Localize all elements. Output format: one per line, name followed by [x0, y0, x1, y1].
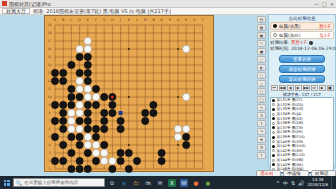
- coord-left-label: 5: [49, 135, 51, 139]
- black-player-name: 电脑(执黑): [279, 24, 319, 29]
- white-player-result: 负1子: [319, 33, 331, 38]
- time-line: 对局时间: 2018-12-06 06:29:04: [270, 46, 334, 52]
- star-point: [128, 144, 130, 146]
- white-stone[interactable]: [183, 125, 190, 132]
- white-stone[interactable]: [76, 101, 83, 108]
- white-move-icon: [272, 131, 275, 134]
- black-stone[interactable]: [109, 109, 116, 116]
- black-stone[interactable]: [84, 165, 91, 172]
- black-stone[interactable]: [60, 125, 67, 132]
- coord-top-label: M: [144, 18, 147, 22]
- white-stone[interactable]: [101, 149, 108, 156]
- black-move-icon: [272, 108, 275, 111]
- black-stone[interactable]: [101, 109, 108, 116]
- black-stone[interactable]: [158, 157, 165, 164]
- white-stone[interactable]: [92, 141, 99, 148]
- white-player-name: 电脑(执白): [279, 33, 319, 38]
- move-list[interactable]: 第131手 黑(F2) 第132手 白(G5) 第133手 黑(H3) 第134…: [270, 97, 334, 174]
- coord-left-label: 14: [48, 63, 52, 67]
- nav-button-4[interactable]: ▶▶: [303, 85, 310, 91]
- white-stone[interactable]: [183, 45, 190, 52]
- nav-button-1[interactable]: ◀◀: [279, 85, 286, 91]
- coord-left-label: 1: [49, 167, 51, 171]
- maximize-button[interactable]: □: [322, 1, 327, 7]
- coord-left-label: 7: [49, 119, 51, 123]
- coord-left-label: 15: [48, 55, 52, 59]
- search-placeholder: 在这里输入你要搜索的内容: [24, 180, 78, 185]
- coord-left-label: 6: [49, 127, 51, 131]
- black-stone[interactable]: [68, 101, 75, 108]
- black-stone[interactable]: [117, 149, 124, 156]
- black-stone[interactable]: [84, 101, 91, 108]
- coord-left-label: 17: [48, 39, 52, 43]
- move-navigation: ⏮◀◀◀▶▶▶⏭▶■: [270, 85, 334, 91]
- info-icon[interactable]: i: [309, 41, 313, 45]
- coord-top-label: Q: [177, 18, 180, 22]
- coord-left-label: 10: [48, 95, 52, 99]
- game-record-title: 棋谱: 2018围棋友谊赛(第7轮) 黑:电脑 VS 白:电脑 [共217手]: [33, 8, 171, 14]
- black-stone[interactable]: [84, 117, 91, 124]
- black-stone[interactable]: [101, 141, 108, 148]
- triangle-mark-icon[interactable]: △: [257, 80, 266, 87]
- firefox-icon[interactable]: ●: [192, 179, 200, 187]
- edit-icon[interactable]: ✎: [257, 40, 266, 47]
- black-stone[interactable]: [117, 157, 124, 164]
- white-stone[interactable]: [76, 125, 83, 132]
- coord-top-label: T: [201, 18, 205, 22]
- nav-button-7[interactable]: ■: [327, 85, 334, 91]
- coord-left-label: 12: [48, 79, 52, 83]
- nav-button-3[interactable]: ▶: [295, 85, 302, 91]
- black-stone[interactable]: [60, 117, 67, 124]
- white-stone[interactable]: [76, 85, 83, 92]
- white-stone[interactable]: [92, 149, 99, 156]
- taskbar-clock[interactable]: 13:38 2018/12/6: [307, 178, 328, 187]
- title-bar: 围棋对弈(记谱)Pro — □ ×: [0, 0, 336, 8]
- black-stone[interactable]: [183, 141, 190, 148]
- coord-left-label: 13: [48, 71, 52, 75]
- letter-mark-icon[interactable]: A: [257, 112, 266, 119]
- coord-top-label: S: [193, 18, 195, 22]
- black-stone[interactable]: [150, 109, 157, 116]
- black-stone[interactable]: [60, 69, 67, 76]
- white-stone[interactable]: [101, 157, 108, 164]
- black-stone[interactable]: [125, 165, 132, 172]
- minimize-button[interactable]: —: [314, 1, 319, 7]
- white-stone[interactable]: [84, 45, 91, 52]
- settings-icon[interactable]: ⚙: [257, 144, 266, 151]
- coord-top-label: N: [152, 18, 155, 22]
- show-desktop-button[interactable]: [331, 176, 333, 189]
- coord-left-label: 2: [49, 159, 51, 163]
- black-stone[interactable]: [84, 109, 91, 116]
- white-stone[interactable]: [84, 85, 91, 92]
- white-stone[interactable]: [68, 109, 75, 116]
- white-stone[interactable]: [183, 93, 190, 100]
- pass-icon[interactable]: ↷: [257, 128, 266, 135]
- close-button[interactable]: ×: [330, 1, 334, 7]
- star-point: [177, 96, 179, 98]
- white-move-icon: [272, 149, 275, 152]
- room-tab[interactable]: 对局大厅: [2, 8, 30, 14]
- coord-top-label: O: [160, 18, 163, 22]
- black-stone[interactable]: [68, 85, 75, 92]
- file-explorer-icon[interactable]: 🗀: [132, 179, 140, 187]
- save-record-button[interactable]: 保存对局棋谱: [279, 65, 325, 73]
- white-stone[interactable]: [84, 37, 91, 44]
- coord-top-label: E: [87, 18, 89, 22]
- nav-button-0[interactable]: ⏮: [271, 85, 278, 91]
- black-stone[interactable]: [183, 133, 190, 140]
- print-icon[interactable]: ▣: [257, 32, 266, 39]
- black-stone[interactable]: [92, 125, 99, 132]
- black-stone[interactable]: [51, 77, 58, 84]
- star-point: [128, 96, 130, 98]
- black-stone[interactable]: [84, 149, 91, 156]
- windows-logo-icon: [4, 180, 10, 186]
- black-stone[interactable]: [142, 117, 149, 124]
- white-move-icon: [272, 113, 275, 116]
- white-stone[interactable]: [174, 125, 181, 132]
- coord-top-label: L: [136, 18, 138, 22]
- tool-strip: ▤▦▣✎●○◐◻△□◯✕A1↷≡⚙?: [257, 16, 267, 172]
- black-stone[interactable]: [60, 141, 67, 148]
- black-stone[interactable]: [60, 77, 67, 84]
- task-view-icon[interactable]: ⧉: [108, 179, 116, 187]
- black-stone[interactable]: [76, 133, 83, 140]
- coord-top-label: A: [54, 18, 57, 22]
- black-stone[interactable]: [92, 101, 99, 108]
- white-move-icon: [272, 140, 275, 143]
- taskbar-search[interactable]: 🔍 在这里输入你要搜索的内容: [13, 178, 105, 187]
- black-stone[interactable]: [101, 125, 108, 132]
- black-stone[interactable]: [76, 93, 83, 100]
- white-stone[interactable]: [68, 117, 75, 124]
- black-stone[interactable]: [84, 125, 91, 132]
- black-stone[interactable]: [76, 141, 83, 148]
- coord-left-label: 8: [49, 111, 51, 115]
- coord-left-label: 16: [48, 47, 52, 51]
- coord-left-label: 19: [48, 23, 52, 27]
- black-stone[interactable]: [68, 165, 75, 172]
- chrome-icon[interactable]: ◉: [204, 179, 212, 187]
- taskbar-icons: ⧉e🗀🛍✉XW●◉: [108, 179, 276, 187]
- black-stone[interactable]: [68, 133, 75, 140]
- white-stone[interactable]: [174, 133, 181, 140]
- black-stone[interactable]: [142, 109, 149, 116]
- black-stone[interactable]: [84, 53, 91, 60]
- black-stone[interactable]: [101, 93, 108, 100]
- black-stone[interactable]: [51, 117, 58, 124]
- action-buttons: 查看棋谱 保存对局棋谱 导出对局棋谱: [270, 55, 334, 83]
- white-move-icon: [272, 103, 275, 106]
- black-stone[interactable]: [109, 165, 116, 172]
- white-stone[interactable]: [92, 93, 99, 100]
- black-stone[interactable]: [68, 149, 75, 156]
- black-stone[interactable]: [125, 149, 132, 156]
- black-stone[interactable]: [92, 133, 99, 140]
- blue-square-marker: [119, 111, 123, 115]
- black-stone[interactable]: [109, 101, 116, 108]
- coord-left-label: 11: [48, 87, 52, 91]
- black-stone[interactable]: [60, 101, 67, 108]
- star-point: [177, 48, 179, 50]
- black-stone[interactable]: [76, 69, 83, 76]
- coord-top-label: R: [185, 18, 188, 22]
- black-stone[interactable]: [84, 77, 91, 84]
- count-icon[interactable]: ≡: [257, 136, 266, 143]
- coord-top-label: B: [62, 18, 65, 22]
- coord-left-label: 4: [49, 143, 51, 147]
- black-stone[interactable]: [84, 69, 91, 76]
- square-mark-icon[interactable]: □: [257, 88, 266, 95]
- black-move-icon: [272, 99, 275, 102]
- coord-left-label: 18: [48, 31, 52, 35]
- white-stone[interactable]: [84, 93, 91, 100]
- erase-tool-icon[interactable]: ◻: [257, 72, 266, 79]
- circle-mark-icon[interactable]: ◯: [257, 96, 266, 103]
- coord-top-label: C: [70, 18, 73, 22]
- black-move-icon: [272, 117, 275, 120]
- black-stone[interactable]: [101, 117, 108, 124]
- go-board-svg[interactable]: ABCDEFGHJKLMNOPQRST191817161514131211109…: [45, 16, 215, 173]
- network-icon[interactable]: ⇅: [291, 180, 295, 186]
- black-stone[interactable]: [76, 157, 83, 164]
- black-stone[interactable]: [117, 117, 124, 124]
- black-stone[interactable]: [92, 85, 99, 92]
- last-move-marker: [111, 96, 114, 99]
- black-stone-icon: [273, 24, 277, 28]
- nav-button-2[interactable]: ◀: [287, 85, 294, 91]
- system-tray: ^ 中 ⇅ 🔊 13:38 2018/12/6: [276, 176, 336, 189]
- black-stone[interactable]: [133, 157, 140, 164]
- open-file-icon[interactable]: ▤: [257, 16, 266, 23]
- white-move-icon: [272, 122, 275, 125]
- sound-icon[interactable]: 🔊: [298, 180, 304, 186]
- black-move-icon: [272, 126, 275, 129]
- help-icon[interactable]: ?: [257, 152, 266, 159]
- coord-top-label: K: [128, 18, 131, 22]
- black-move-icon: [272, 136, 275, 139]
- taskbar: 🔍 在这里输入你要搜索的内容 ⧉e🗀🛍✉XW●◉ ^ 中 ⇅ 🔊 13:38 2…: [0, 176, 336, 189]
- black-stone[interactable]: [51, 157, 58, 164]
- black-stone[interactable]: [92, 157, 99, 164]
- star-point: [177, 144, 179, 146]
- player-row-black[interactable]: 电脑(执黑) 胜1子: [270, 22, 334, 30]
- white-stone[interactable]: [68, 125, 75, 132]
- start-button[interactable]: [0, 176, 13, 189]
- black-stone[interactable]: [51, 133, 58, 140]
- white-stone-icon: [273, 33, 277, 37]
- cross-mark-icon[interactable]: ✕: [257, 104, 266, 111]
- mail-icon[interactable]: ✉: [156, 179, 164, 187]
- window-title: 围棋对弈(记谱)Pro: [9, 0, 314, 8]
- number-mark-icon[interactable]: 1: [257, 120, 266, 127]
- coord-top-label: P: [169, 18, 171, 22]
- coord-top-label: J: [119, 18, 121, 22]
- tray-chevron-icon[interactable]: ^: [276, 180, 280, 186]
- white-stone[interactable]: [84, 133, 91, 140]
- white-stone[interactable]: [76, 45, 83, 52]
- black-stone-tool-icon[interactable]: ●: [257, 48, 266, 55]
- alternate-tool-icon[interactable]: ◐: [257, 64, 266, 71]
- white-stone[interactable]: [76, 109, 83, 116]
- black-stone[interactable]: [76, 117, 83, 124]
- search-icon: 🔍: [16, 180, 22, 186]
- store-icon[interactable]: 🛍: [144, 179, 152, 187]
- black-stone[interactable]: [51, 101, 58, 108]
- white-stone[interactable]: [84, 141, 91, 148]
- export-record-button[interactable]: 导出对局棋谱: [279, 75, 325, 83]
- coord-left-label: 3: [49, 151, 51, 155]
- black-stone[interactable]: [51, 69, 58, 76]
- star-point: [128, 48, 130, 50]
- black-stone[interactable]: [68, 61, 75, 68]
- player-row-white[interactable]: 电脑(执白) 负1子: [270, 31, 334, 39]
- black-player-result: 胜1子: [319, 24, 331, 29]
- info-panel: 当前对局信息 电脑(执黑) 胜1子 电脑(执白) 负1子 对局结果: 黑胜1子 …: [268, 14, 336, 167]
- nav-button-5[interactable]: ⏭: [311, 85, 318, 91]
- black-stone[interactable]: [158, 149, 165, 156]
- black-move-icon: [272, 163, 275, 166]
- white-stone-tool-icon[interactable]: ○: [257, 56, 266, 63]
- black-stone[interactable]: [117, 125, 124, 132]
- result-value: 黑胜1子: [291, 40, 307, 45]
- time-value: 2018-12-06 06:29:04: [291, 46, 336, 51]
- save-icon[interactable]: ▦: [257, 24, 266, 31]
- go-board[interactable]: ABCDEFGHJKLMNOPQRST191817161514131211109…: [44, 15, 214, 172]
- edge-icon[interactable]: e: [120, 179, 128, 187]
- black-move-icon: [272, 145, 275, 148]
- black-stone[interactable]: [76, 165, 83, 172]
- black-stone[interactable]: [84, 61, 91, 68]
- excel-icon[interactable]: X: [168, 179, 176, 187]
- white-move-icon: [272, 159, 275, 162]
- white-stone[interactable]: [109, 157, 116, 164]
- black-stone[interactable]: [60, 109, 67, 116]
- ime-indicator[interactable]: 中: [283, 180, 288, 186]
- black-move-icon: [272, 154, 275, 157]
- white-stone[interactable]: [76, 77, 83, 84]
- coord-top-label: H: [111, 18, 114, 22]
- black-stone[interactable]: [76, 53, 83, 60]
- black-stone[interactable]: [150, 101, 157, 108]
- coord-top-label: D: [78, 18, 81, 22]
- black-stone[interactable]: [60, 157, 67, 164]
- nav-button-6[interactable]: ▶: [319, 85, 326, 91]
- app-icon: [2, 1, 7, 6]
- coord-top-label: G: [103, 18, 106, 22]
- black-stone[interactable]: [68, 93, 75, 100]
- coord-top-label: F: [95, 18, 97, 22]
- view-record-button[interactable]: 查看棋谱: [279, 55, 325, 63]
- coord-left-label: 9: [49, 103, 51, 107]
- word-icon[interactable]: W: [180, 179, 188, 187]
